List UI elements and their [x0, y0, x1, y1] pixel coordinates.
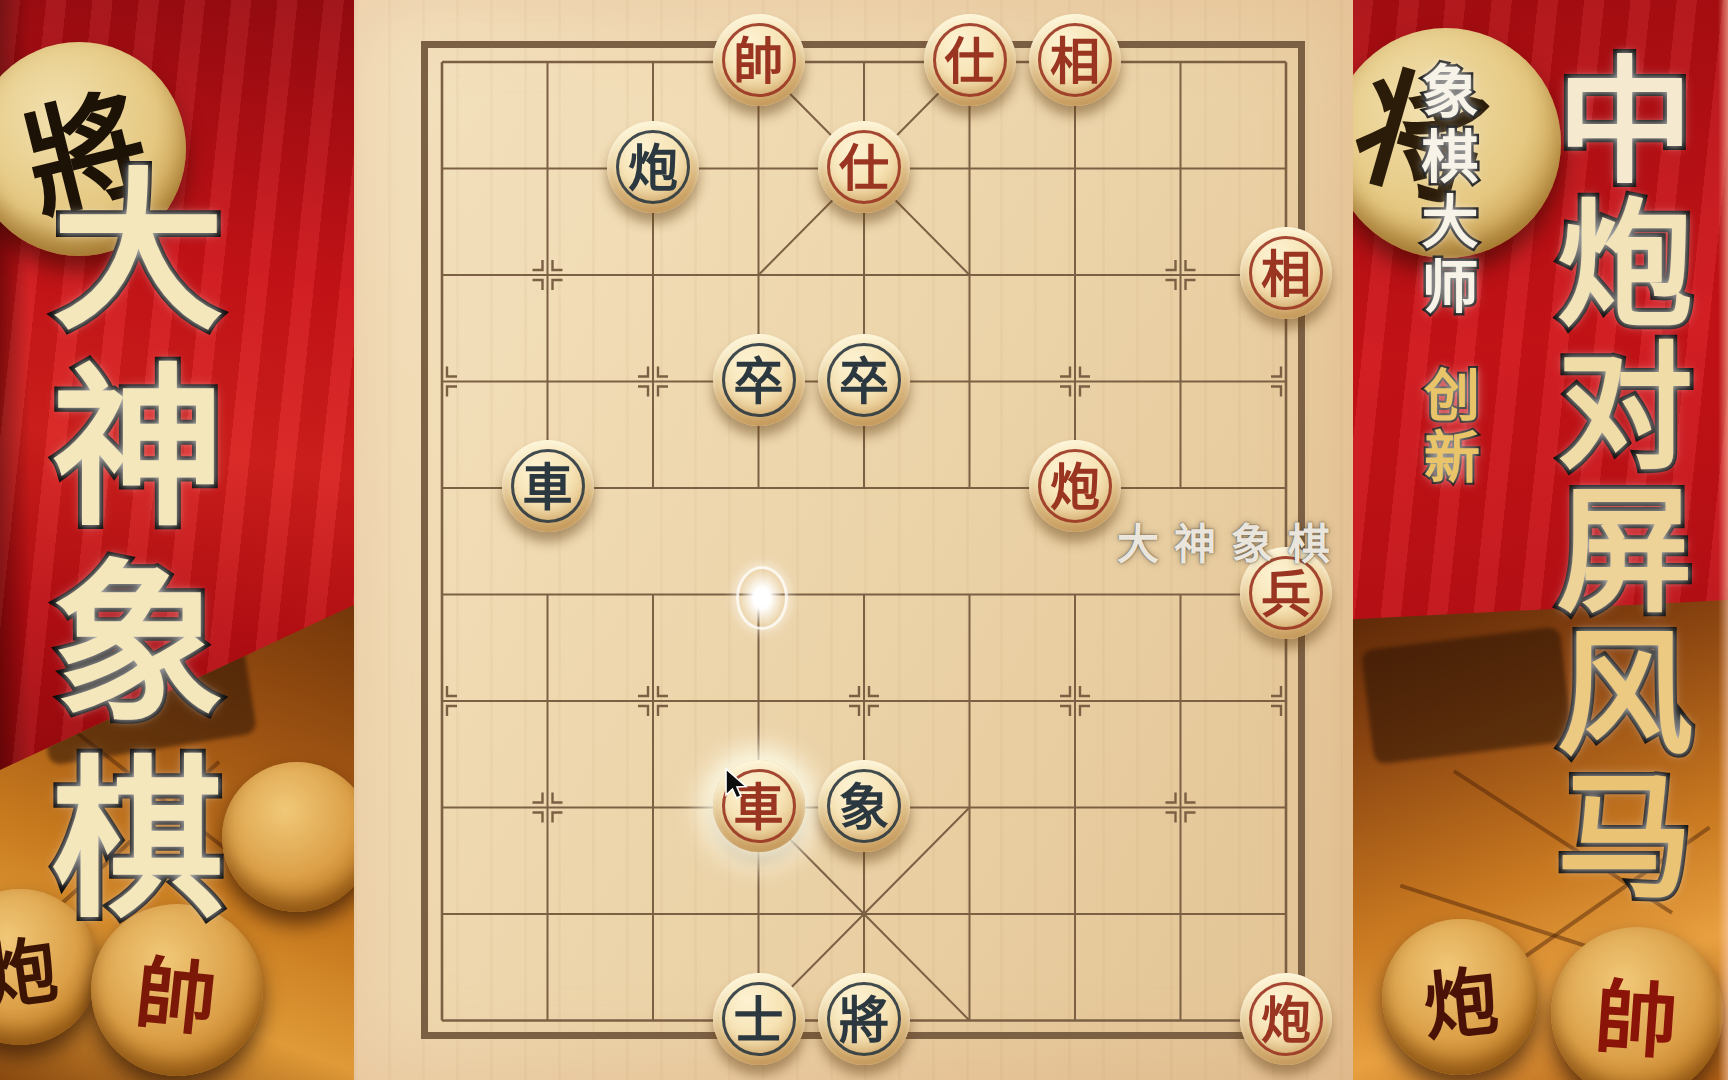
photo-piece-pao-right: 炮 — [1382, 919, 1538, 1075]
piece-black-advisor[interactable]: 士 — [713, 973, 805, 1065]
photo-piece-blank — [222, 762, 354, 912]
piece-red-elephant[interactable]: 相 — [1029, 14, 1121, 106]
banner-char: 新 — [1424, 412, 1480, 493]
piece-red-cannon[interactable]: 炮 — [1240, 973, 1332, 1065]
channel-watermark: 大神象棋 — [1117, 510, 1345, 571]
last-move-highlight — [736, 566, 788, 630]
piece-red-advisor[interactable]: 仕 — [818, 121, 910, 213]
banner-char: 棋 — [52, 700, 224, 950]
mouse-cursor — [725, 768, 749, 804]
photo-piece-shuai-right: 帥 — [1551, 927, 1723, 1080]
left-banner-panel: 將 炮 帥 大神象棋 — [0, 0, 354, 1080]
piece-black-chariot[interactable]: 車 — [502, 440, 594, 532]
piece-black-elephant[interactable]: 象 — [818, 760, 910, 852]
banner-char: 马 — [1557, 727, 1693, 924]
screenshot-stage: 帥仕相炮仕相卒卒車炮兵車象士將炮 大神象棋 將 炮 帥 大神象棋 — [0, 0, 1728, 1080]
piece-red-cannon[interactable]: 炮 — [1029, 440, 1121, 532]
xiangqi-game-area: 帥仕相炮仕相卒卒車炮兵車象士將炮 大神象棋 — [354, 0, 1353, 1080]
banner-char: 师 — [1422, 241, 1479, 323]
right-banner-panel: 将 炮 帥 象棋大师 创新 中炮对屏风马 — [1353, 0, 1728, 1080]
piece-red-advisor[interactable]: 仕 — [924, 14, 1016, 106]
piece-black-cannon[interactable]: 炮 — [607, 121, 699, 213]
piece-black-general[interactable]: 將 — [818, 973, 910, 1065]
piece-red-general[interactable]: 帥 — [713, 14, 805, 106]
piece-black-soldier[interactable]: 卒 — [713, 334, 805, 426]
piece-black-soldier[interactable]: 卒 — [818, 334, 910, 426]
piece-red-elephant[interactable]: 相 — [1240, 227, 1332, 319]
